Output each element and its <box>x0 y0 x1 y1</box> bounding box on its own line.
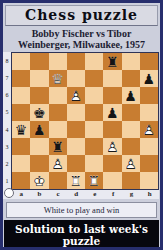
banner-text: Solution to last week's puzzle <box>15 223 148 247</box>
black-p-piece-h7: ♟ <box>143 72 156 86</box>
square-h4: ♟♙ <box>140 121 158 138</box>
square-d2 <box>67 155 85 172</box>
square-f6 <box>103 87 121 104</box>
square-h6 <box>140 87 158 104</box>
white-p-piece-h4: ♟♙ <box>143 123 156 137</box>
title-text: Chess puzzle <box>25 7 138 23</box>
square-a6 <box>12 87 30 104</box>
file-label-h: h <box>141 190 159 199</box>
square-e1: ♜♖ <box>85 172 103 189</box>
black-p-piece-f5: ♟ <box>106 106 119 120</box>
white-p-piece-f3: ♟♙ <box>106 140 119 154</box>
black-q-piece-a4: ♛ <box>15 123 28 137</box>
square-g5 <box>122 104 140 121</box>
square-f1 <box>103 172 121 189</box>
file-labels: abcdefgh <box>3 190 159 199</box>
square-b1: ♚♔ <box>30 172 48 189</box>
square-e4 <box>85 121 103 138</box>
white-r-piece-e1: ♜♖ <box>88 174 101 188</box>
white-r-piece-d1: ♜♖ <box>70 174 83 188</box>
square-d1: ♜♖ <box>67 172 85 189</box>
square-d6: ♟♙ <box>67 87 85 104</box>
board-area: 87654321 ♜♛♕♟♟♙♟♚♟♛♟♟♙♜♟♙♟♙♟♙♚♔♜♖♜♖ <box>3 52 159 190</box>
square-a5 <box>12 104 30 121</box>
rank-label-7: 7 <box>3 69 11 86</box>
square-b4: ♟ <box>30 121 48 138</box>
square-c2: ♟♙ <box>49 155 67 172</box>
square-g6: ♟ <box>122 87 140 104</box>
chess-puzzle-card: Chess puzzle Bobby Fischer vs Tibor Wein… <box>0 0 163 250</box>
black-k-piece-b5: ♚ <box>33 106 46 120</box>
square-c5 <box>49 104 67 121</box>
square-g8 <box>122 53 140 70</box>
square-c4 <box>49 121 67 138</box>
rank-label-6: 6 <box>3 87 11 104</box>
black-r-piece-c3: ♜ <box>51 140 64 154</box>
square-g1 <box>122 172 140 189</box>
solution-banner: Solution to last week's puzzle <box>4 220 159 250</box>
square-d3 <box>67 138 85 155</box>
square-b3 <box>30 138 48 155</box>
square-a4: ♛ <box>12 121 30 138</box>
square-h2 <box>140 155 158 172</box>
rank-label-5: 5 <box>3 104 11 121</box>
white-p-piece-d6: ♟♙ <box>70 89 83 103</box>
subtitle-line1: Bobby Fischer vs Tibor <box>3 28 160 39</box>
square-d5 <box>67 104 85 121</box>
white-to-move-indicator <box>4 188 14 198</box>
square-c3: ♜ <box>49 138 67 155</box>
file-label-g: g <box>122 190 140 199</box>
square-d8 <box>67 53 85 70</box>
file-label-b: b <box>30 190 48 199</box>
rank-labels: 87654321 <box>3 52 11 190</box>
square-h5 <box>140 104 158 121</box>
file-label-a: a <box>12 190 30 199</box>
square-c6 <box>49 87 67 104</box>
square-b7 <box>30 70 48 87</box>
black-r-piece-f8: ♜ <box>106 55 119 69</box>
file-label-c: c <box>49 190 67 199</box>
square-a1 <box>12 172 30 189</box>
square-d4 <box>67 121 85 138</box>
subtitle-line2: Weinberger, Milwaukee, 1957 <box>3 39 160 50</box>
caption-text: White to play and win <box>44 205 120 215</box>
white-p-piece-c2: ♟♙ <box>51 157 64 171</box>
white-p-piece-g2: ♟♙ <box>124 157 137 171</box>
rank-label-4: 4 <box>3 121 11 138</box>
rank-label-3: 3 <box>3 138 11 155</box>
square-e6 <box>85 87 103 104</box>
rank-label-2: 2 <box>3 156 11 173</box>
white-q-piece-c7: ♛♕ <box>51 72 64 86</box>
black-p-piece-g6: ♟ <box>124 89 137 103</box>
square-h1 <box>140 172 158 189</box>
square-g4 <box>122 121 140 138</box>
square-f3: ♟♙ <box>103 138 121 155</box>
square-f2 <box>103 155 121 172</box>
square-h8 <box>140 53 158 70</box>
rank-label-8: 8 <box>3 52 11 69</box>
square-h3 <box>140 138 158 155</box>
square-e5 <box>85 104 103 121</box>
file-label-d: d <box>67 190 85 199</box>
chess-board: ♜♛♕♟♟♙♟♚♟♛♟♟♙♜♟♙♟♙♟♙♚♔♜♖♜♖ <box>11 52 159 190</box>
square-g7 <box>122 70 140 87</box>
square-c8 <box>49 53 67 70</box>
square-a7 <box>12 70 30 87</box>
square-a3 <box>12 138 30 155</box>
square-b2 <box>30 155 48 172</box>
square-b5: ♚ <box>30 104 48 121</box>
square-h7: ♟ <box>140 70 158 87</box>
file-label-e: e <box>86 190 104 199</box>
square-f5: ♟ <box>103 104 121 121</box>
square-b6 <box>30 87 48 104</box>
square-f7 <box>103 70 121 87</box>
match-subtitle: Bobby Fischer vs Tibor Weinberger, Milwa… <box>3 27 160 52</box>
square-e8 <box>85 53 103 70</box>
square-c7: ♛♕ <box>49 70 67 87</box>
square-e2 <box>85 155 103 172</box>
square-d7 <box>67 70 85 87</box>
square-f8: ♜ <box>103 53 121 70</box>
square-g3 <box>122 138 140 155</box>
square-e7 <box>85 70 103 87</box>
square-e3 <box>85 138 103 155</box>
square-c1 <box>49 172 67 189</box>
square-f4 <box>103 121 121 138</box>
square-a8 <box>12 53 30 70</box>
black-p-piece-b4: ♟ <box>33 123 46 137</box>
file-label-f: f <box>104 190 122 199</box>
square-b8 <box>30 53 48 70</box>
puzzle-caption: White to play and win <box>6 202 157 218</box>
white-k-piece-b1: ♚♔ <box>33 174 46 188</box>
square-g2: ♟♙ <box>122 155 140 172</box>
page-title: Chess puzzle <box>5 5 158 26</box>
square-a2 <box>12 155 30 172</box>
